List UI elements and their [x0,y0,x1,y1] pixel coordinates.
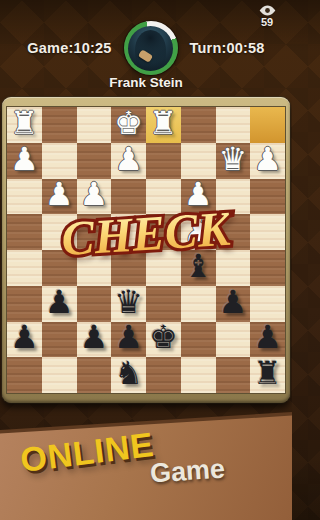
white-pawn[interactable]: ♟ [253,143,282,175]
square-e4[interactable] [111,214,146,250]
black-knight[interactable]: ♞ [114,357,143,389]
black-pawn[interactable]: ♟ [253,321,282,353]
white-rook[interactable]: ♜ [149,107,178,139]
chess-board: ♜♚♜♟♟♛♟♟♟♟♟♝♟♛♟♟♟♟♚♟♞♜ [7,107,285,393]
square-g4[interactable] [42,214,77,250]
white-pawn[interactable]: ♟ [80,178,109,210]
square-d7[interactable]: ♚ [146,322,181,358]
square-e6[interactable]: ♛ [111,286,146,322]
black-king[interactable]: ♚ [149,321,178,353]
square-c8[interactable] [181,357,216,393]
square-g6[interactable]: ♟ [42,286,77,322]
turn-timer: Turn:00:58 [190,40,265,56]
black-bishop[interactable]: ♝ [184,250,213,282]
square-a8[interactable]: ♜ [250,357,285,393]
square-c7[interactable] [181,322,216,358]
player-name: Frank Stein [0,75,292,90]
square-f2[interactable] [77,143,112,179]
square-a7[interactable]: ♟ [250,322,285,358]
white-pawn[interactable]: ♟ [10,143,39,175]
square-b5[interactable] [216,250,251,286]
black-rook[interactable]: ♜ [253,357,282,389]
square-e1[interactable]: ♚ [111,107,146,143]
avatar-photo [128,26,173,71]
black-pawn[interactable]: ♟ [114,321,143,353]
black-queen[interactable]: ♛ [114,286,143,318]
square-d8[interactable] [146,357,181,393]
square-f1[interactable] [77,107,112,143]
square-e7[interactable]: ♟ [111,322,146,358]
square-c5[interactable]: ♝ [181,250,216,286]
square-g3[interactable]: ♟ [42,179,77,215]
white-pawn[interactable]: ♟ [184,214,213,246]
black-pawn[interactable]: ♟ [219,286,248,318]
white-pawn[interactable]: ♟ [45,178,74,210]
eye-icon [259,5,276,16]
square-h6[interactable] [7,286,42,322]
square-d2[interactable] [146,143,181,179]
game-timer: Game:10:25 [27,40,111,56]
square-b8[interactable] [216,357,251,393]
square-c4[interactable]: ♟ [181,214,216,250]
black-pawn[interactable]: ♟ [45,286,74,318]
square-b4[interactable] [216,214,251,250]
chess-board-frame: ♜♚♜♟♟♛♟♟♟♟♟♝♟♛♟♟♟♟♚♟♞♜ [2,97,290,403]
square-a5[interactable] [250,250,285,286]
square-d6[interactable] [146,286,181,322]
square-h7[interactable]: ♟ [7,322,42,358]
square-b1[interactable] [216,107,251,143]
square-a4[interactable] [250,214,285,250]
square-d3[interactable] [146,179,181,215]
square-f4[interactable] [77,214,112,250]
square-f3[interactable]: ♟ [77,179,112,215]
square-e3[interactable] [111,179,146,215]
square-f6[interactable] [77,286,112,322]
square-b6[interactable]: ♟ [216,286,251,322]
square-g2[interactable] [42,143,77,179]
square-g5[interactable] [42,250,77,286]
black-pawn[interactable]: ♟ [10,321,39,353]
white-pawn[interactable]: ♟ [184,178,213,210]
square-d4[interactable] [146,214,181,250]
white-queen[interactable]: ♛ [219,143,248,175]
square-c1[interactable] [181,107,216,143]
app-screen: { "game": "chess", "position": { "fen": … [0,0,292,520]
white-rook[interactable]: ♜ [10,107,39,139]
square-g7[interactable] [42,322,77,358]
black-pawn[interactable]: ♟ [80,321,109,353]
game-subtitle: Game [149,453,226,489]
square-h1[interactable]: ♜ [7,107,42,143]
square-a3[interactable] [250,179,285,215]
square-a1[interactable] [250,107,285,143]
square-h3[interactable] [7,179,42,215]
square-g1[interactable] [42,107,77,143]
square-f7[interactable]: ♟ [77,322,112,358]
square-d1[interactable]: ♜ [146,107,181,143]
square-a6[interactable] [250,286,285,322]
square-b3[interactable] [216,179,251,215]
square-b7[interactable] [216,322,251,358]
square-g8[interactable] [42,357,77,393]
player-avatar[interactable] [124,21,178,75]
square-e2[interactable]: ♟ [111,143,146,179]
square-d5[interactable] [146,250,181,286]
square-h4[interactable] [7,214,42,250]
white-pawn[interactable]: ♟ [114,143,143,175]
square-c6[interactable] [181,286,216,322]
square-f5[interactable] [77,250,112,286]
white-king[interactable]: ♚ [114,107,143,139]
square-h5[interactable] [7,250,42,286]
square-e8[interactable]: ♞ [111,357,146,393]
square-e5[interactable] [111,250,146,286]
square-c3[interactable]: ♟ [181,179,216,215]
square-a2[interactable]: ♟ [250,143,285,179]
player-info-bar: Game:10:25 Turn:00:58 [0,20,292,76]
square-h2[interactable]: ♟ [7,143,42,179]
square-f8[interactable] [77,357,112,393]
square-h8[interactable] [7,357,42,393]
square-c2[interactable] [181,143,216,179]
square-b2[interactable]: ♛ [216,143,251,179]
